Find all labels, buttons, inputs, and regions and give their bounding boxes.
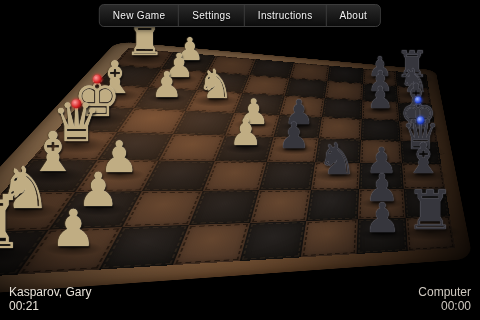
piece-black-pawn-d5[interactable]: ♟ xyxy=(278,117,310,153)
knight-glyph: ♞ xyxy=(317,136,356,180)
piece-black-pawn-a7[interactable]: ♟ xyxy=(364,198,401,239)
piece-white-rook-a1[interactable]: ♜ xyxy=(0,186,25,260)
square-a6[interactable] xyxy=(301,219,358,257)
pawn-glyph: ♟ xyxy=(364,198,401,239)
menu-bar: New GameSettingsInstructionsAbout xyxy=(99,4,381,27)
pawn-glyph: ♟ xyxy=(50,203,96,254)
rook-glyph: ♜ xyxy=(406,184,455,238)
red-crown-gem xyxy=(93,75,102,84)
piece-black-bishop-c8[interactable]: ♝ xyxy=(404,138,442,180)
piece-black-rook-a8[interactable]: ♜ xyxy=(406,184,455,238)
square-f6[interactable] xyxy=(322,98,363,119)
pawn-glyph: ♟ xyxy=(229,115,262,152)
menu-item-instructions[interactable]: Instructions xyxy=(244,5,326,26)
bishop-glyph: ♝ xyxy=(404,138,442,180)
pawn-glyph: ♟ xyxy=(367,83,394,113)
piece-black-pawn-f7[interactable]: ♟ xyxy=(367,83,394,113)
square-c5[interactable] xyxy=(259,162,315,190)
white-player-name: Kasparov, Gary xyxy=(9,285,91,299)
white-player-hud: Kasparov, Gary 00:21 xyxy=(9,285,91,313)
black-player-clock: 00:00 xyxy=(418,299,471,313)
square-b6[interactable] xyxy=(306,189,359,221)
square-c4[interactable] xyxy=(203,161,267,191)
rook-glyph: ♜ xyxy=(0,186,25,260)
square-a5[interactable] xyxy=(240,221,306,261)
piece-white-pawn-a2[interactable]: ♟ xyxy=(50,203,96,254)
menu-item-new-game[interactable]: New Game xyxy=(100,5,178,26)
pawn-glyph: ♟ xyxy=(278,117,310,153)
piece-white-knight-f3[interactable]: ♞ xyxy=(197,65,233,105)
piece-black-knight-c6[interactable]: ♞ xyxy=(317,136,356,180)
pawn-glyph: ♟ xyxy=(151,67,183,102)
chess-app-window: ♜♝♛♚♝♞♜♟♟♟♟♟♟♞♟♟♟♟♞♟♟♟♟♟♟♜♞♝♛♚♝♜ New Gam… xyxy=(0,0,480,320)
menu-item-settings[interactable]: Settings xyxy=(178,5,244,26)
square-b5[interactable] xyxy=(250,190,311,223)
black-player-hud: Computer 00:00 xyxy=(418,285,471,313)
piece-white-pawn-f2[interactable]: ♟ xyxy=(151,67,183,102)
square-e3[interactable] xyxy=(173,111,234,136)
white-player-clock: 00:21 xyxy=(9,299,91,313)
piece-white-pawn-d4[interactable]: ♟ xyxy=(229,115,262,152)
menu-item-about[interactable]: About xyxy=(326,5,381,26)
black-player-name: Computer xyxy=(418,285,471,299)
knight-glyph: ♞ xyxy=(197,65,233,105)
